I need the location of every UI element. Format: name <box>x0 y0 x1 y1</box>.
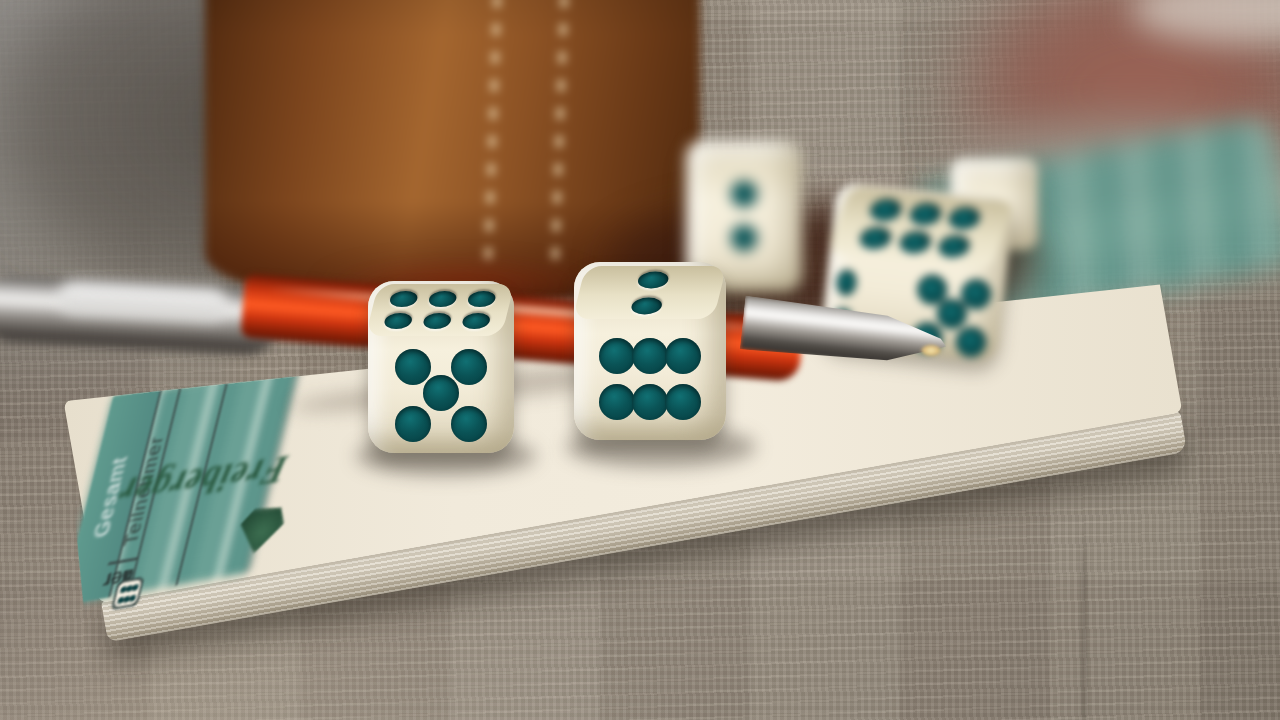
die-pip <box>467 292 498 308</box>
die-pip <box>635 271 669 288</box>
die-pip <box>118 596 125 603</box>
die-pip <box>835 269 858 297</box>
die-pip <box>731 181 757 207</box>
die-front-face <box>377 336 505 446</box>
die-pip <box>867 198 905 222</box>
die-pip <box>423 375 459 411</box>
die-pip <box>946 206 984 230</box>
cup-stitching <box>485 0 501 268</box>
brand-text: Freiberger <box>114 447 292 515</box>
die-pip <box>897 230 935 254</box>
die-pip <box>388 292 419 308</box>
tablecloth-seam <box>1082 520 1086 720</box>
brand-emblem-icon <box>228 502 291 558</box>
die-pip <box>427 292 458 308</box>
die-pip <box>665 384 701 420</box>
die-pip <box>632 338 668 374</box>
die-pip <box>907 202 945 226</box>
die-pip <box>599 384 635 420</box>
cup-stitching <box>552 0 568 268</box>
die-pip <box>731 225 757 251</box>
die-pip <box>461 314 492 330</box>
die-top-face <box>572 266 727 319</box>
die-top-face <box>366 284 515 336</box>
die-pip <box>383 314 414 330</box>
photo-scene: Gesamt 1er2er3er4er5er6er Teilnehmer Fre… <box>0 0 1280 720</box>
die-pip <box>395 349 431 385</box>
die-pip <box>422 314 453 330</box>
pen-tip-glint <box>920 344 942 357</box>
die-pip <box>451 406 487 442</box>
die-pip <box>665 338 701 374</box>
die-pip <box>632 384 668 420</box>
die-pip <box>955 325 988 358</box>
die-front-face <box>582 323 719 433</box>
die-pip <box>599 338 635 374</box>
die-pip <box>395 406 431 442</box>
die-pip <box>936 234 974 258</box>
die-front-left <box>368 281 514 453</box>
die-pip <box>451 349 487 385</box>
die-pip <box>857 226 895 250</box>
die-pip <box>629 297 663 314</box>
die-front-middle <box>574 262 726 440</box>
